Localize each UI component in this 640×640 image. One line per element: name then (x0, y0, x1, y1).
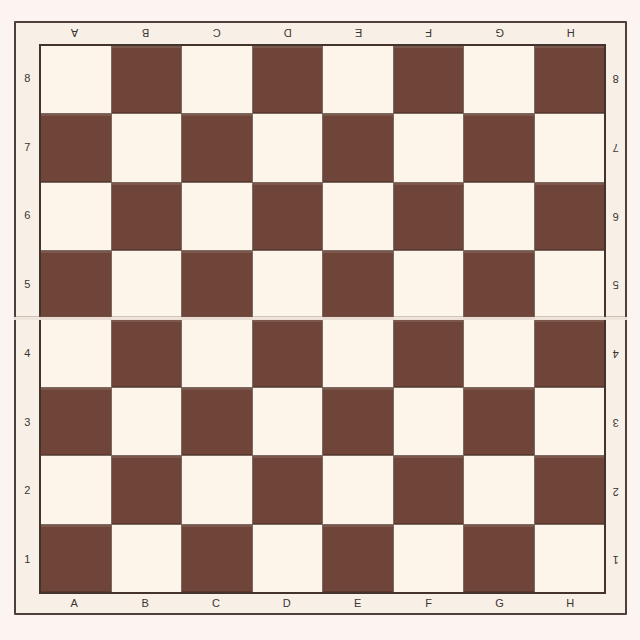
square-e1[interactable] (323, 525, 393, 592)
fold-seam (14, 317, 627, 320)
rank-label-left-1: 1 (16, 525, 39, 594)
file-label-top-h: H (535, 23, 606, 43)
square-f7[interactable] (394, 114, 464, 181)
square-h7[interactable] (535, 114, 605, 181)
square-f5[interactable] (394, 251, 464, 318)
square-e5[interactable] (323, 251, 393, 318)
square-e8[interactable] (323, 46, 393, 113)
file-label-bottom-f: F (393, 594, 464, 613)
rank-label-left-5: 5 (16, 250, 39, 319)
rank-label-left-4: 4 (16, 319, 39, 388)
file-label-top-c: C (181, 23, 252, 43)
square-c6[interactable] (182, 183, 252, 250)
file-label-top-b: B (110, 23, 181, 43)
rank-label-right-3: 3 (606, 388, 625, 457)
rank-label-right-5: 5 (606, 250, 625, 319)
square-b6[interactable] (112, 183, 182, 250)
file-label-bottom-b: B (110, 594, 181, 613)
square-b5[interactable] (112, 251, 182, 318)
square-b7[interactable] (112, 114, 182, 181)
square-d5[interactable] (253, 251, 323, 318)
square-d4[interactable] (253, 320, 323, 387)
square-f2[interactable] (394, 456, 464, 523)
square-d3[interactable] (253, 388, 323, 455)
rank-label-right-2: 2 (606, 457, 625, 526)
file-label-bottom-h: H (535, 594, 606, 613)
file-label-top-g: G (464, 23, 535, 43)
file-label-bottom-g: G (464, 594, 535, 613)
square-c3[interactable] (182, 388, 252, 455)
file-labels-top: ABCDEFGH (39, 23, 606, 43)
square-c7[interactable] (182, 114, 252, 181)
square-f8[interactable] (394, 46, 464, 113)
square-a6[interactable] (41, 183, 111, 250)
square-d2[interactable] (253, 456, 323, 523)
square-b3[interactable] (112, 388, 182, 455)
file-label-top-f: F (393, 23, 464, 43)
square-d1[interactable] (253, 525, 323, 592)
file-label-bottom-a: A (39, 594, 110, 613)
file-label-top-d: D (252, 23, 323, 43)
square-f1[interactable] (394, 525, 464, 592)
square-h5[interactable] (535, 251, 605, 318)
rank-label-left-3: 3 (16, 388, 39, 457)
square-c4[interactable] (182, 320, 252, 387)
square-h2[interactable] (535, 456, 605, 523)
photo-background: ABCDEFGH ABCDEFGH 87654321 87654321 (0, 0, 640, 640)
square-g8[interactable] (464, 46, 534, 113)
file-label-bottom-d: D (252, 594, 323, 613)
square-d8[interactable] (253, 46, 323, 113)
square-g4[interactable] (464, 320, 534, 387)
rank-label-right-7: 7 (606, 113, 625, 182)
rank-label-left-2: 2 (16, 457, 39, 526)
rank-label-right-8: 8 (606, 44, 625, 113)
square-c1[interactable] (182, 525, 252, 592)
rank-label-right-6: 6 (606, 182, 625, 251)
square-e6[interactable] (323, 183, 393, 250)
file-label-top-a: A (39, 23, 110, 43)
square-a5[interactable] (41, 251, 111, 318)
square-b2[interactable] (112, 456, 182, 523)
square-c2[interactable] (182, 456, 252, 523)
file-label-bottom-c: C (181, 594, 252, 613)
square-a1[interactable] (41, 525, 111, 592)
square-g5[interactable] (464, 251, 534, 318)
square-e2[interactable] (323, 456, 393, 523)
file-label-bottom-e: E (323, 594, 394, 613)
square-g1[interactable] (464, 525, 534, 592)
square-g7[interactable] (464, 114, 534, 181)
square-h4[interactable] (535, 320, 605, 387)
square-a4[interactable] (41, 320, 111, 387)
chessboard: ABCDEFGH ABCDEFGH 87654321 87654321 (14, 21, 627, 615)
rank-label-right-1: 1 (606, 525, 625, 594)
square-c8[interactable] (182, 46, 252, 113)
square-g3[interactable] (464, 388, 534, 455)
square-f4[interactable] (394, 320, 464, 387)
square-h8[interactable] (535, 46, 605, 113)
rank-label-right-4: 4 (606, 319, 625, 388)
square-b8[interactable] (112, 46, 182, 113)
rank-label-left-8: 8 (16, 44, 39, 113)
square-e4[interactable] (323, 320, 393, 387)
square-g2[interactable] (464, 456, 534, 523)
square-f6[interactable] (394, 183, 464, 250)
square-h3[interactable] (535, 388, 605, 455)
square-e7[interactable] (323, 114, 393, 181)
file-labels-bottom: ABCDEFGH (39, 594, 606, 613)
square-a8[interactable] (41, 46, 111, 113)
square-h1[interactable] (535, 525, 605, 592)
square-g6[interactable] (464, 183, 534, 250)
rank-label-left-7: 7 (16, 113, 39, 182)
square-a7[interactable] (41, 114, 111, 181)
square-h6[interactable] (535, 183, 605, 250)
square-a2[interactable] (41, 456, 111, 523)
square-d6[interactable] (253, 183, 323, 250)
rank-label-left-6: 6 (16, 182, 39, 251)
square-d7[interactable] (253, 114, 323, 181)
square-b4[interactable] (112, 320, 182, 387)
square-e3[interactable] (323, 388, 393, 455)
file-label-top-e: E (323, 23, 394, 43)
square-a3[interactable] (41, 388, 111, 455)
square-c5[interactable] (182, 251, 252, 318)
square-b1[interactable] (112, 525, 182, 592)
square-f3[interactable] (394, 388, 464, 455)
